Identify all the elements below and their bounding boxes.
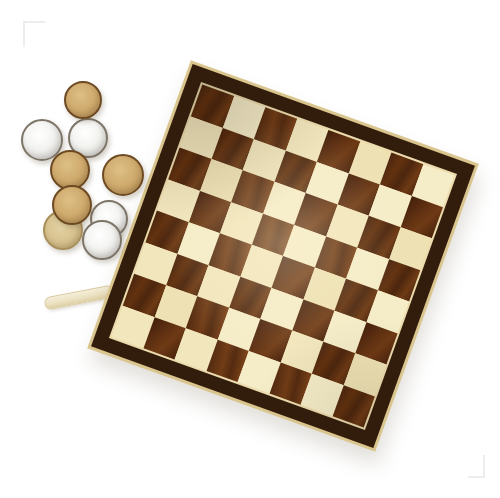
checkerboard — [87, 60, 479, 452]
checker-piece-wood[interactable] — [52, 185, 92, 225]
checker-piece-wood[interactable] — [102, 154, 144, 196]
checker-piece-wood[interactable] — [64, 81, 102, 119]
board-pinstripe — [109, 82, 457, 430]
photo-crop-mark-bottom-right — [468, 455, 485, 478]
checker-piece-wood[interactable] — [50, 150, 90, 190]
board-frame — [91, 64, 475, 448]
photo-crop-mark-top-left — [23, 21, 45, 47]
photo-stage — [0, 0, 500, 498]
board-field — [112, 85, 455, 428]
checker-piece-white[interactable] — [82, 220, 122, 260]
